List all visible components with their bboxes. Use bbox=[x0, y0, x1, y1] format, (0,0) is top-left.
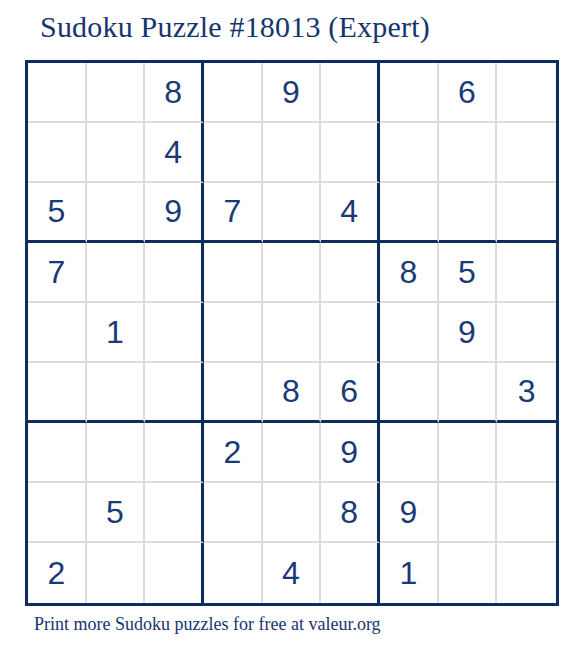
cell-r2c9[interactable] bbox=[497, 123, 556, 183]
cell-r7c5[interactable] bbox=[263, 423, 322, 483]
cell-r2c6[interactable] bbox=[321, 123, 380, 183]
cell-r3c4-given-7[interactable]: 7 bbox=[204, 183, 263, 243]
cell-r7c3[interactable] bbox=[145, 423, 204, 483]
cell-r1c2[interactable] bbox=[87, 63, 146, 123]
cell-r3c6-given-4[interactable]: 4 bbox=[321, 183, 380, 243]
cell-r1c7[interactable] bbox=[380, 63, 439, 123]
cell-r4c8-given-5[interactable]: 5 bbox=[439, 243, 498, 303]
cell-r5c6[interactable] bbox=[321, 303, 380, 363]
cell-r4c1-given-7[interactable]: 7 bbox=[28, 243, 87, 303]
cell-r2c2[interactable] bbox=[87, 123, 146, 183]
sudoku-board: 896459747851986329589241 bbox=[25, 60, 559, 606]
cell-r2c1[interactable] bbox=[28, 123, 87, 183]
cell-r7c7[interactable] bbox=[380, 423, 439, 483]
cell-r9c3[interactable] bbox=[145, 543, 204, 603]
cell-r3c9[interactable] bbox=[497, 183, 556, 243]
cell-r8c5[interactable] bbox=[263, 483, 322, 543]
cell-r3c3-given-9[interactable]: 9 bbox=[145, 183, 204, 243]
cell-r9c8[interactable] bbox=[439, 543, 498, 603]
cell-r9c4[interactable] bbox=[204, 543, 263, 603]
cell-r4c9[interactable] bbox=[497, 243, 556, 303]
cell-r6c4[interactable] bbox=[204, 363, 263, 423]
cell-r4c5[interactable] bbox=[263, 243, 322, 303]
cell-r6c1[interactable] bbox=[28, 363, 87, 423]
cell-r6c8[interactable] bbox=[439, 363, 498, 423]
cell-r8c8[interactable] bbox=[439, 483, 498, 543]
cell-r4c6[interactable] bbox=[321, 243, 380, 303]
cell-r2c3-given-4[interactable]: 4 bbox=[145, 123, 204, 183]
cell-r4c3[interactable] bbox=[145, 243, 204, 303]
cell-r9c7-given-1[interactable]: 1 bbox=[380, 543, 439, 603]
cell-r2c4[interactable] bbox=[204, 123, 263, 183]
cell-r5c2-given-1[interactable]: 1 bbox=[87, 303, 146, 363]
cell-r3c1-given-5[interactable]: 5 bbox=[28, 183, 87, 243]
cell-r4c7-given-8[interactable]: 8 bbox=[380, 243, 439, 303]
cell-r5c3[interactable] bbox=[145, 303, 204, 363]
cell-r1c8-given-6[interactable]: 6 bbox=[439, 63, 498, 123]
cell-r1c4[interactable] bbox=[204, 63, 263, 123]
cell-r3c8[interactable] bbox=[439, 183, 498, 243]
cell-r3c5[interactable] bbox=[263, 183, 322, 243]
cell-r9c9[interactable] bbox=[497, 543, 556, 603]
cell-r9c6[interactable] bbox=[321, 543, 380, 603]
cell-r6c7[interactable] bbox=[380, 363, 439, 423]
cell-r6c6-given-6[interactable]: 6 bbox=[321, 363, 380, 423]
cell-r6c5-given-8[interactable]: 8 bbox=[263, 363, 322, 423]
cell-r7c1[interactable] bbox=[28, 423, 87, 483]
cell-r5c8-given-9[interactable]: 9 bbox=[439, 303, 498, 363]
cell-r7c2[interactable] bbox=[87, 423, 146, 483]
cell-r8c7-given-9[interactable]: 9 bbox=[380, 483, 439, 543]
cell-r5c9[interactable] bbox=[497, 303, 556, 363]
cell-r8c6-given-8[interactable]: 8 bbox=[321, 483, 380, 543]
cell-r2c7[interactable] bbox=[380, 123, 439, 183]
page-title: Sudoku Puzzle #18013 (Expert) bbox=[40, 10, 430, 44]
cell-r9c5-given-4[interactable]: 4 bbox=[263, 543, 322, 603]
cell-r8c2-given-5[interactable]: 5 bbox=[87, 483, 146, 543]
cell-r6c9-given-3[interactable]: 3 bbox=[497, 363, 556, 423]
cell-r5c4[interactable] bbox=[204, 303, 263, 363]
cell-r7c6-given-9[interactable]: 9 bbox=[321, 423, 380, 483]
cell-r2c8[interactable] bbox=[439, 123, 498, 183]
cell-r8c3[interactable] bbox=[145, 483, 204, 543]
cell-r5c7[interactable] bbox=[380, 303, 439, 363]
cell-r1c5-given-9[interactable]: 9 bbox=[263, 63, 322, 123]
cell-r1c1[interactable] bbox=[28, 63, 87, 123]
cell-r4c2[interactable] bbox=[87, 243, 146, 303]
cell-r3c2[interactable] bbox=[87, 183, 146, 243]
cell-r2c5[interactable] bbox=[263, 123, 322, 183]
cell-r3c7[interactable] bbox=[380, 183, 439, 243]
page: Sudoku Puzzle #18013 (Expert) 8964597478… bbox=[0, 0, 580, 651]
cell-r9c1-given-2[interactable]: 2 bbox=[28, 543, 87, 603]
cell-r9c2[interactable] bbox=[87, 543, 146, 603]
cell-r6c2[interactable] bbox=[87, 363, 146, 423]
cell-r8c4[interactable] bbox=[204, 483, 263, 543]
cell-r1c3-given-8[interactable]: 8 bbox=[145, 63, 204, 123]
cell-r7c4-given-2[interactable]: 2 bbox=[204, 423, 263, 483]
cell-r7c8[interactable] bbox=[439, 423, 498, 483]
cell-r5c1[interactable] bbox=[28, 303, 87, 363]
cell-r1c9[interactable] bbox=[497, 63, 556, 123]
cell-r7c9[interactable] bbox=[497, 423, 556, 483]
cell-r8c1[interactable] bbox=[28, 483, 87, 543]
cell-r6c3[interactable] bbox=[145, 363, 204, 423]
cell-r5c5[interactable] bbox=[263, 303, 322, 363]
cell-r8c9[interactable] bbox=[497, 483, 556, 543]
footer-text: Print more Sudoku puzzles for free at va… bbox=[34, 614, 381, 635]
cell-r1c6[interactable] bbox=[321, 63, 380, 123]
cell-r4c4[interactable] bbox=[204, 243, 263, 303]
